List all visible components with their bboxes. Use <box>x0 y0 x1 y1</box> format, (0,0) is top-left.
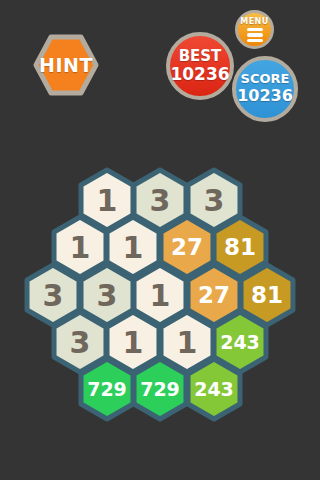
hex-tile-value: 729 <box>140 378 180 400</box>
menu-button[interactable]: MENU <box>235 10 274 49</box>
hex-tile-value: 243 <box>194 378 234 400</box>
score-value: 10236 <box>237 87 293 105</box>
hex-tile[interactable]: 243 <box>180 351 248 427</box>
best-score-bubble: BEST 10236 <box>166 32 234 100</box>
hex-tile-value: 729 <box>87 378 127 400</box>
game-screen: HINT MENU BEST 10236 SCORE 10236 1331127… <box>0 0 320 480</box>
hex-tile-value: 243 <box>220 331 260 353</box>
menu-button-label: MENU <box>240 17 269 26</box>
score-bubble: SCORE 10236 <box>232 56 298 122</box>
hint-button[interactable]: HINT <box>28 29 104 101</box>
hint-button-label: HINT <box>28 29 104 101</box>
best-value: 10236 <box>170 65 229 85</box>
best-label: BEST <box>179 48 222 65</box>
hamburger-icon <box>247 28 263 43</box>
score-label: SCORE <box>241 72 290 87</box>
